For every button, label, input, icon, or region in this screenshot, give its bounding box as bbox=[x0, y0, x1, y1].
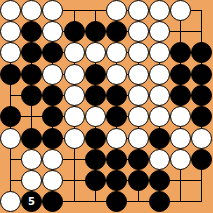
black-stone-r7c5[interactable] bbox=[85, 128, 106, 149]
black-stone-r9c6[interactable] bbox=[106, 170, 127, 191]
black-stone-r9c7[interactable] bbox=[128, 170, 149, 191]
white-stone-r1c3[interactable] bbox=[42, 0, 63, 21]
black-stone-r6c3[interactable] bbox=[42, 106, 63, 127]
black-stone-r5c5[interactable] bbox=[85, 85, 106, 106]
white-stone-r3c8[interactable] bbox=[149, 42, 170, 63]
white-stone-r1c7[interactable] bbox=[128, 0, 149, 21]
black-stone-r2c2[interactable] bbox=[21, 21, 42, 42]
black-stone-r5c6[interactable] bbox=[106, 85, 127, 106]
black-stone-r6c6[interactable] bbox=[106, 106, 127, 127]
white-stone-r8c3[interactable] bbox=[42, 149, 63, 170]
black-stone-r8c5[interactable] bbox=[85, 149, 106, 170]
white-stone-r1c1[interactable] bbox=[0, 0, 21, 21]
black-stone-r10c6[interactable] bbox=[106, 191, 127, 212]
white-stone-r10c1[interactable] bbox=[0, 191, 21, 212]
white-stone-r8c2[interactable] bbox=[21, 149, 42, 170]
white-stone-r7c6[interactable] bbox=[106, 128, 127, 149]
black-stone-r8c10[interactable] bbox=[191, 149, 212, 170]
white-stone-r6c7[interactable] bbox=[128, 106, 149, 127]
black-stone-r2c4[interactable] bbox=[64, 21, 85, 42]
white-stone-r9c2[interactable] bbox=[21, 170, 42, 191]
black-stone-r8c7[interactable] bbox=[128, 149, 149, 170]
white-stone-r2c1[interactable] bbox=[0, 21, 21, 42]
white-stone-r7c9[interactable] bbox=[170, 128, 191, 149]
white-stone-r5c4[interactable] bbox=[64, 85, 85, 106]
black-stone-r10c2[interactable]: 5 bbox=[21, 191, 42, 212]
black-stone-r2c6[interactable] bbox=[106, 21, 127, 42]
black-stone-r5c2[interactable] bbox=[21, 85, 42, 106]
white-stone-r3c4[interactable] bbox=[64, 42, 85, 63]
black-stone-r4c10[interactable] bbox=[191, 64, 212, 85]
black-stone-r4c5[interactable] bbox=[85, 64, 106, 85]
white-stone-r7c10[interactable] bbox=[191, 128, 212, 149]
white-stone-r1c9[interactable] bbox=[170, 0, 191, 21]
white-stone-r8c8[interactable] bbox=[149, 149, 170, 170]
white-stone-r3c7[interactable] bbox=[128, 42, 149, 63]
white-stone-r7c7[interactable] bbox=[128, 128, 149, 149]
white-stone-r6c9[interactable] bbox=[170, 106, 191, 127]
black-stone-r10c8[interactable] bbox=[149, 191, 170, 212]
black-stone-r7c2[interactable] bbox=[21, 128, 42, 149]
white-stone-r4c6[interactable] bbox=[106, 64, 127, 85]
white-stone-r2c7[interactable] bbox=[128, 21, 149, 42]
black-stone-r4c2[interactable] bbox=[21, 64, 42, 85]
move-number-label: 5 bbox=[28, 197, 35, 207]
black-stone-r3c2[interactable] bbox=[21, 42, 42, 63]
white-stone-r2c8[interactable] bbox=[149, 21, 170, 42]
white-stone-r1c6[interactable] bbox=[106, 0, 127, 21]
white-stone-r6c5[interactable] bbox=[85, 106, 106, 127]
black-stone-r9c5[interactable] bbox=[85, 170, 106, 191]
white-stone-r3c1[interactable] bbox=[0, 42, 21, 63]
white-stone-r2c3[interactable] bbox=[42, 21, 63, 42]
white-stone-r7c1[interactable] bbox=[0, 128, 21, 149]
white-stone-r9c3[interactable] bbox=[42, 170, 63, 191]
black-stone-r3c10[interactable] bbox=[191, 42, 212, 63]
black-stone-r6c10[interactable] bbox=[191, 106, 212, 127]
white-stone-r4c3[interactable] bbox=[42, 64, 63, 85]
white-stone-r6c4[interactable] bbox=[64, 106, 85, 127]
black-stone-r5c3[interactable] bbox=[42, 85, 63, 106]
white-stone-r3c6[interactable] bbox=[106, 42, 127, 63]
white-stone-r1c2[interactable] bbox=[21, 0, 42, 21]
black-stone-r4c9[interactable] bbox=[170, 64, 191, 85]
black-stone-r3c3[interactable] bbox=[42, 42, 63, 63]
black-stone-r10c3[interactable] bbox=[42, 191, 63, 212]
black-stone-r7c8[interactable] bbox=[149, 128, 170, 149]
black-stone-r8c6[interactable] bbox=[106, 149, 127, 170]
black-stone-r2c5[interactable] bbox=[85, 21, 106, 42]
black-stone-r4c1[interactable] bbox=[0, 64, 21, 85]
white-stone-r4c7[interactable] bbox=[128, 64, 149, 85]
black-stone-r5c9[interactable] bbox=[170, 85, 191, 106]
white-stone-r5c8[interactable] bbox=[149, 85, 170, 106]
black-stone-r6c1[interactable] bbox=[0, 106, 21, 127]
white-stone-r3c5[interactable] bbox=[85, 42, 106, 63]
white-stone-r7c4[interactable] bbox=[64, 128, 85, 149]
black-stone-r7c3[interactable] bbox=[42, 128, 63, 149]
black-stone-r5c10[interactable] bbox=[191, 85, 212, 106]
white-stone-r6c8[interactable] bbox=[149, 106, 170, 127]
white-stone-r8c9[interactable] bbox=[170, 149, 191, 170]
go-board[interactable]: 5 bbox=[0, 0, 213, 213]
white-stone-r4c8[interactable] bbox=[149, 64, 170, 85]
black-stone-r3c9[interactable] bbox=[170, 42, 191, 63]
white-stone-r4c4[interactable] bbox=[64, 64, 85, 85]
white-stone-r5c7[interactable] bbox=[128, 85, 149, 106]
white-stone-r1c8[interactable] bbox=[149, 0, 170, 21]
black-stone-r9c8[interactable] bbox=[149, 170, 170, 191]
